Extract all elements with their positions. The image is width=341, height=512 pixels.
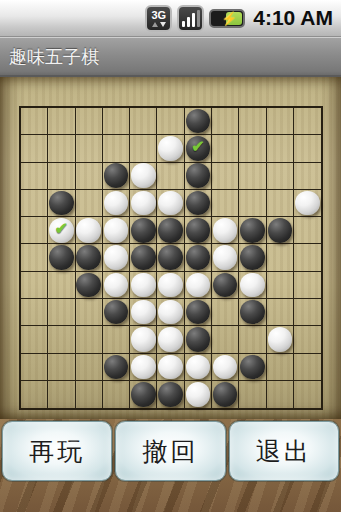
board-cell[interactable] [267,135,294,162]
board-cell[interactable] [103,354,130,381]
board-cell[interactable] [239,299,266,326]
board-cell[interactable] [185,108,212,135]
black-stone [240,218,265,243]
board-cell[interactable] [21,244,48,271]
white-stone [131,191,156,216]
board-cell[interactable] [212,354,239,381]
black-stone [186,163,211,188]
white-stone [213,245,238,270]
board-cell[interactable] [294,163,321,190]
board-cell[interactable] [185,326,212,353]
board-cell[interactable] [21,108,48,135]
black-stone [240,245,265,270]
black-stone [186,327,211,352]
board-cell[interactable] [185,272,212,299]
board-cell[interactable] [157,135,184,162]
black-stone [186,300,211,325]
board-cell[interactable] [185,354,212,381]
board-cell[interactable] [185,217,212,244]
board-cell[interactable] [267,190,294,217]
white-stone [158,355,183,380]
board-cell[interactable] [157,108,184,135]
black-stone [186,218,211,243]
white-stone [158,273,183,298]
phone-screen: 3G ⚡ 4:10 AM 趣味五子棋 ✔✔ 再玩 撤回 退出 [0,0,341,512]
app-title: 趣味五子棋 [9,45,99,69]
board-cell[interactable] [294,326,321,353]
bottom-button-bar: 再玩 撤回 退出 [0,419,341,512]
board-cell[interactable] [267,381,294,408]
board-cell[interactable] [157,244,184,271]
board-cell[interactable] [294,135,321,162]
board-cell[interactable] [48,272,75,299]
board-cell[interactable] [48,381,75,408]
board-cell[interactable] [212,244,239,271]
status-clock: 4:10 AM [253,6,333,30]
board-cell[interactable] [21,217,48,244]
board-cell[interactable] [294,299,321,326]
white-stone [131,355,156,380]
board-cell[interactable] [130,326,157,353]
board-cell[interactable] [157,163,184,190]
board-cell[interactable] [239,108,266,135]
board-cell[interactable] [157,381,184,408]
black-stone [213,382,238,407]
board-cell[interactable] [157,272,184,299]
board-area: ✔✔ [0,77,341,419]
white-stone [213,218,238,243]
white-stone [131,273,156,298]
black-stone [240,300,265,325]
3g-data-icon: 3G [145,5,172,32]
board-cell[interactable] [130,217,157,244]
board-cell[interactable] [21,163,48,190]
board-cell[interactable] [294,190,321,217]
board-cell[interactable] [76,217,103,244]
board-cell[interactable] [267,163,294,190]
board-cell[interactable] [157,354,184,381]
white-stone: ✔ [49,218,74,243]
white-stone [295,191,320,216]
board-cell[interactable] [130,163,157,190]
lightning-bolt-icon: ⚡ [221,12,237,25]
board-cell[interactable] [21,272,48,299]
board-cell[interactable] [212,217,239,244]
board-cell[interactable] [212,299,239,326]
board-cell[interactable] [212,108,239,135]
board-cell[interactable] [48,299,75,326]
black-stone [49,245,74,270]
board-cell[interactable] [130,190,157,217]
board-cell[interactable] [294,108,321,135]
board-cell[interactable] [157,217,184,244]
board-cell[interactable] [76,381,103,408]
board-cell[interactable] [103,190,130,217]
black-stone [104,163,129,188]
board-cell[interactable] [185,244,212,271]
board-cell[interactable] [267,217,294,244]
board-cell[interactable] [185,381,212,408]
board-cell[interactable] [103,272,130,299]
board-cell[interactable] [239,244,266,271]
white-stone [186,382,211,407]
white-stone [158,136,183,161]
board-cell[interactable] [76,108,103,135]
black-stone [131,245,156,270]
board-cell[interactable] [21,381,48,408]
board-cell[interactable] [212,326,239,353]
black-stone [131,382,156,407]
board-cell[interactable] [103,108,130,135]
board-grid: ✔✔ [19,106,323,410]
black-stone [268,218,293,243]
signal-strength-icon [177,5,204,32]
board-cell[interactable] [294,244,321,271]
board-cell[interactable] [130,381,157,408]
board-cell[interactable] [103,326,130,353]
board-cell[interactable] [130,354,157,381]
black-stone [158,245,183,270]
board-cell[interactable] [76,163,103,190]
board-cell[interactable] [48,354,75,381]
status-bar: 3G ⚡ 4:10 AM [0,0,341,37]
white-stone [213,355,238,380]
board-cell[interactable] [21,135,48,162]
board-cell[interactable] [103,217,130,244]
board-cell[interactable] [267,299,294,326]
board-cell[interactable] [212,190,239,217]
black-stone [213,273,238,298]
board-cell[interactable] [157,190,184,217]
board-cell[interactable]: ✔ [48,217,75,244]
board-cell[interactable] [103,381,130,408]
down-arrow-icon [160,22,166,27]
board-cell[interactable] [267,272,294,299]
board-cell[interactable] [76,326,103,353]
undo-button[interactable]: 撤回 [115,421,225,481]
board-cell[interactable] [76,272,103,299]
black-stone [186,245,211,270]
battery-charging-icon: ⚡ [209,9,245,28]
board-cell[interactable] [76,244,103,271]
board-cell[interactable] [267,326,294,353]
white-stone [104,273,129,298]
board-cell[interactable] [212,135,239,162]
board-cell[interactable] [212,163,239,190]
board-cell[interactable] [48,326,75,353]
board-cell[interactable] [157,299,184,326]
black-stone [186,109,211,134]
white-stone [104,245,129,270]
board-cell[interactable] [48,135,75,162]
board-cell[interactable] [76,299,103,326]
board-cell[interactable]: ✔ [185,135,212,162]
board-cell[interactable] [21,299,48,326]
board-cell[interactable] [294,217,321,244]
board-cell[interactable] [130,108,157,135]
3g-updown-arrows-icon [152,22,166,27]
white-stone [131,327,156,352]
board-cell[interactable] [239,217,266,244]
white-stone [240,273,265,298]
3g-label: 3G [151,10,166,21]
white-stone [104,191,129,216]
black-stone [131,218,156,243]
board-cell[interactable] [76,354,103,381]
board-cell[interactable] [239,135,266,162]
board-cell[interactable] [130,244,157,271]
black-stone: ✔ [186,136,211,161]
board-cell[interactable] [48,244,75,271]
board-cell[interactable] [130,135,157,162]
exit-button[interactable]: 退出 [229,421,339,481]
board-cell[interactable] [21,190,48,217]
white-stone [186,273,211,298]
black-stone [76,245,101,270]
board-cell[interactable] [239,326,266,353]
board-cell[interactable] [239,272,266,299]
white-stone [158,300,183,325]
board-cell[interactable] [76,190,103,217]
last-move-check-icon: ✔ [55,221,68,237]
board-cell[interactable] [239,354,266,381]
board-cell[interactable] [267,108,294,135]
board-cell[interactable] [48,108,75,135]
board-cell[interactable] [48,190,75,217]
white-stone [268,327,293,352]
title-bar: 趣味五子棋 [0,37,341,77]
board-cell[interactable] [103,163,130,190]
board-cell[interactable] [239,190,266,217]
board-cell[interactable] [267,354,294,381]
board-cell[interactable] [21,354,48,381]
board-cell[interactable] [157,326,184,353]
board-cell[interactable] [212,272,239,299]
black-stone [158,218,183,243]
board-cell[interactable] [239,381,266,408]
white-stone [158,327,183,352]
white-stone [104,218,129,243]
black-stone [158,382,183,407]
white-stone [131,163,156,188]
board-cell[interactable] [239,163,266,190]
last-move-check-icon: ✔ [191,139,204,155]
black-stone [104,300,129,325]
board-cell[interactable] [76,135,103,162]
board-cell[interactable] [103,135,130,162]
board-cell[interactable] [185,163,212,190]
board-cell[interactable] [48,163,75,190]
replay-button[interactable]: 再玩 [2,421,112,481]
black-stone [76,273,101,298]
black-stone [49,191,74,216]
board-cell[interactable] [103,299,130,326]
up-arrow-icon [152,22,158,27]
white-stone [76,218,101,243]
board-cell[interactable] [185,190,212,217]
black-stone [186,191,211,216]
board-cell[interactable] [212,381,239,408]
board-cell[interactable] [21,326,48,353]
white-stone [158,191,183,216]
board-cell[interactable] [294,272,321,299]
board-cell[interactable] [267,244,294,271]
board-cell[interactable] [130,272,157,299]
white-stone [186,355,211,380]
board-cell[interactable] [294,381,321,408]
white-stone [131,300,156,325]
board-cell[interactable] [103,244,130,271]
board-cell[interactable] [130,299,157,326]
black-stone [240,355,265,380]
black-stone [104,355,129,380]
board-cell[interactable] [294,354,321,381]
board-cell[interactable] [185,299,212,326]
